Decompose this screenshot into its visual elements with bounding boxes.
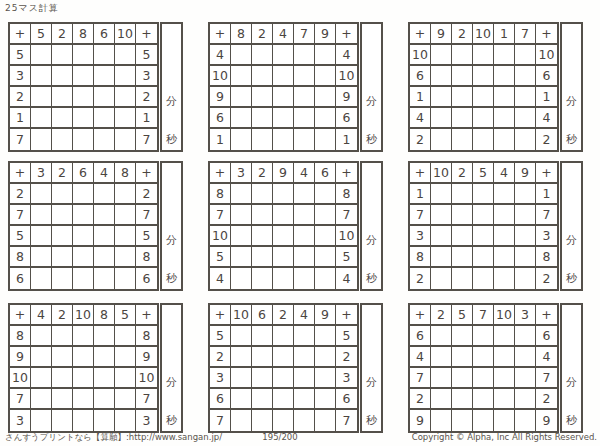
- answer-cell[interactable]: [231, 347, 252, 368]
- answer-cell[interactable]: [94, 45, 115, 66]
- answer-cell[interactable]: [473, 389, 494, 410]
- answer-cell[interactable]: [452, 129, 473, 150]
- right-header-cell: 10: [336, 226, 357, 247]
- left-header-cell: 5: [10, 45, 31, 66]
- answer-cell[interactable]: [52, 410, 73, 431]
- answer-cell[interactable]: [515, 45, 536, 66]
- answer-cell[interactable]: [52, 45, 73, 66]
- answer-cell[interactable]: [273, 326, 294, 347]
- answer-cell[interactable]: [452, 389, 473, 410]
- answer-cell[interactable]: [94, 129, 115, 150]
- answer-cell[interactable]: [73, 129, 94, 150]
- answer-cell[interactable]: [94, 347, 115, 368]
- answer-cell[interactable]: [52, 87, 73, 108]
- plus-cell: +: [336, 163, 357, 184]
- seconds-label: 秒: [162, 132, 181, 147]
- answer-cell[interactable]: [52, 326, 73, 347]
- answer-cell[interactable]: [473, 184, 494, 205]
- answer-cell[interactable]: [294, 226, 315, 247]
- answer-cell[interactable]: [115, 129, 136, 150]
- answer-cell[interactable]: [252, 108, 273, 129]
- answer-cell[interactable]: [231, 184, 252, 205]
- answer-cell[interactable]: [115, 268, 136, 289]
- answer-cell[interactable]: [115, 247, 136, 268]
- answer-cell[interactable]: [294, 326, 315, 347]
- answer-cell[interactable]: [273, 410, 294, 431]
- top-header-cell: 7: [473, 305, 494, 326]
- answer-cell[interactable]: [31, 226, 52, 247]
- answer-cell[interactable]: [431, 184, 452, 205]
- top-header-cell: 10: [73, 305, 94, 326]
- left-header-cell: 10: [210, 226, 231, 247]
- answer-cell[interactable]: [94, 326, 115, 347]
- answer-cell[interactable]: [494, 326, 515, 347]
- answer-cell[interactable]: [452, 410, 473, 431]
- answer-cell[interactable]: [94, 226, 115, 247]
- answer-cell[interactable]: [231, 389, 252, 410]
- left-header-cell: 7: [210, 205, 231, 226]
- answer-cell[interactable]: [115, 205, 136, 226]
- answer-cell[interactable]: [31, 410, 52, 431]
- answer-cell[interactable]: [431, 247, 452, 268]
- timer-box[interactable]: 分秒: [360, 22, 383, 152]
- answer-cell[interactable]: [73, 184, 94, 205]
- answer-cell[interactable]: [52, 66, 73, 87]
- answer-cell[interactable]: [52, 129, 73, 150]
- answer-cell[interactable]: [273, 389, 294, 410]
- answer-cell[interactable]: [252, 410, 273, 431]
- answer-cell[interactable]: [431, 268, 452, 289]
- answer-cell[interactable]: [273, 87, 294, 108]
- answer-cell[interactable]: [252, 129, 273, 150]
- answer-cell[interactable]: [252, 389, 273, 410]
- answer-cell[interactable]: [452, 184, 473, 205]
- answer-cell[interactable]: [473, 410, 494, 431]
- top-header-cell: 9: [515, 163, 536, 184]
- answer-cell[interactable]: [115, 347, 136, 368]
- right-header-cell: 2: [336, 347, 357, 368]
- answer-cell[interactable]: [452, 45, 473, 66]
- answer-cell[interactable]: [273, 368, 294, 389]
- answer-cell[interactable]: [452, 108, 473, 129]
- worksheet-page: 25マス計算 +528610+5533221177分秒+82479+441010…: [0, 0, 600, 446]
- answer-cell[interactable]: [231, 87, 252, 108]
- right-header-cell: 3: [536, 226, 557, 247]
- answer-cell[interactable]: [94, 247, 115, 268]
- answer-cell[interactable]: [315, 326, 336, 347]
- answer-cell[interactable]: [452, 247, 473, 268]
- right-header-cell: 2: [536, 268, 557, 289]
- answer-cell[interactable]: [431, 108, 452, 129]
- left-header-cell: 7: [10, 205, 31, 226]
- answer-cell[interactable]: [294, 87, 315, 108]
- answer-cell[interactable]: [231, 129, 252, 150]
- answer-cell[interactable]: [52, 368, 73, 389]
- answer-cell[interactable]: [273, 268, 294, 289]
- answer-cell[interactable]: [515, 184, 536, 205]
- puzzle-8: +106249+5522336677分秒: [208, 303, 388, 433]
- answer-cell[interactable]: [94, 108, 115, 129]
- timer-box[interactable]: 分秒: [360, 303, 383, 433]
- answer-cell[interactable]: [294, 368, 315, 389]
- answer-cell[interactable]: [73, 45, 94, 66]
- left-header-cell: 10: [410, 45, 431, 66]
- answer-cell[interactable]: [294, 205, 315, 226]
- timer-box[interactable]: 分秒: [160, 161, 183, 291]
- top-header-cell: 2: [452, 24, 473, 45]
- answer-cell[interactable]: [452, 347, 473, 368]
- answer-cell[interactable]: [431, 326, 452, 347]
- answer-cell[interactable]: [115, 45, 136, 66]
- top-header-cell: 6: [73, 163, 94, 184]
- answer-cell[interactable]: [315, 87, 336, 108]
- answer-cell[interactable]: [515, 108, 536, 129]
- top-header-cell: 1: [494, 24, 515, 45]
- answer-cell[interactable]: [294, 129, 315, 150]
- answer-cell[interactable]: [473, 226, 494, 247]
- answer-cell[interactable]: [252, 347, 273, 368]
- answer-cell[interactable]: [431, 389, 452, 410]
- answer-cell[interactable]: [315, 347, 336, 368]
- answer-cell[interactable]: [52, 347, 73, 368]
- answer-cell[interactable]: [94, 66, 115, 87]
- answer-cell[interactable]: [473, 66, 494, 87]
- answer-cell[interactable]: [52, 205, 73, 226]
- calc-table-1: +528610+5533221177: [8, 22, 159, 152]
- answer-cell[interactable]: [294, 389, 315, 410]
- answer-cell[interactable]: [452, 66, 473, 87]
- answer-cell[interactable]: [52, 184, 73, 205]
- left-header-cell: 3: [410, 226, 431, 247]
- answer-cell[interactable]: [94, 389, 115, 410]
- answer-cell[interactable]: [31, 108, 52, 129]
- answer-cell[interactable]: [115, 410, 136, 431]
- answer-cell[interactable]: [252, 87, 273, 108]
- answer-cell[interactable]: [252, 247, 273, 268]
- answer-cell[interactable]: [231, 108, 252, 129]
- answer-cell[interactable]: [515, 247, 536, 268]
- answer-cell[interactable]: [231, 410, 252, 431]
- answer-cell[interactable]: [494, 389, 515, 410]
- right-header-cell: 8: [536, 247, 557, 268]
- answer-cell[interactable]: [494, 205, 515, 226]
- answer-cell[interactable]: [494, 226, 515, 247]
- plus-cell: +: [10, 305, 31, 326]
- answer-cell[interactable]: [473, 368, 494, 389]
- plus-cell: +: [336, 24, 357, 45]
- timer-box[interactable]: 分秒: [560, 161, 583, 291]
- timer-box[interactable]: 分秒: [560, 22, 583, 152]
- right-header-cell: 4: [336, 45, 357, 66]
- answer-cell[interactable]: [294, 268, 315, 289]
- left-header-cell: 2: [210, 347, 231, 368]
- answer-cell[interactable]: [431, 368, 452, 389]
- answer-cell[interactable]: [31, 326, 52, 347]
- answer-cell[interactable]: [515, 129, 536, 150]
- answer-cell[interactable]: [31, 347, 52, 368]
- answer-cell[interactable]: [494, 347, 515, 368]
- answer-cell[interactable]: [273, 184, 294, 205]
- answer-cell[interactable]: [315, 66, 336, 87]
- plus-cell: +: [536, 163, 557, 184]
- answer-cell[interactable]: [73, 205, 94, 226]
- answer-cell[interactable]: [115, 108, 136, 129]
- answer-cell[interactable]: [252, 184, 273, 205]
- left-header-cell: 10: [10, 368, 31, 389]
- answer-cell[interactable]: [52, 247, 73, 268]
- answer-cell[interactable]: [315, 410, 336, 431]
- right-header-cell: 6: [336, 389, 357, 410]
- timer-box[interactable]: 分秒: [160, 22, 183, 152]
- calc-table-6: +102549+1177338822: [408, 161, 559, 291]
- answer-cell[interactable]: [431, 45, 452, 66]
- answer-cell[interactable]: [515, 66, 536, 87]
- answer-cell[interactable]: [431, 87, 452, 108]
- answer-cell[interactable]: [273, 247, 294, 268]
- answer-cell[interactable]: [494, 410, 515, 431]
- answer-cell[interactable]: [31, 45, 52, 66]
- calc-table-4: +32648+2277558866: [8, 161, 159, 291]
- timer-box[interactable]: 分秒: [360, 161, 383, 291]
- answer-cell[interactable]: [494, 108, 515, 129]
- answer-cell[interactable]: [431, 347, 452, 368]
- answer-cell[interactable]: [115, 66, 136, 87]
- answer-cell[interactable]: [73, 347, 94, 368]
- answer-cell[interactable]: [31, 87, 52, 108]
- answer-cell[interactable]: [473, 205, 494, 226]
- answer-cell[interactable]: [473, 45, 494, 66]
- answer-cell[interactable]: [473, 108, 494, 129]
- top-header-cell: 8: [94, 305, 115, 326]
- answer-cell[interactable]: [252, 368, 273, 389]
- answer-cell[interactable]: [252, 268, 273, 289]
- answer-cell[interactable]: [52, 389, 73, 410]
- answer-cell[interactable]: [494, 368, 515, 389]
- top-header-cell: 7: [515, 24, 536, 45]
- answer-cell[interactable]: [294, 247, 315, 268]
- top-header-cell: 9: [315, 305, 336, 326]
- timer-box[interactable]: 分秒: [160, 303, 183, 433]
- answer-cell[interactable]: [31, 389, 52, 410]
- answer-cell[interactable]: [315, 205, 336, 226]
- answer-cell[interactable]: [515, 268, 536, 289]
- left-header-cell: 1: [410, 184, 431, 205]
- puzzle-9: +257103+6644772299分秒: [408, 303, 588, 433]
- answer-cell[interactable]: [231, 326, 252, 347]
- answer-cell[interactable]: [294, 410, 315, 431]
- calc-table-7: +421085+889910107733: [8, 303, 159, 433]
- answer-cell[interactable]: [31, 368, 52, 389]
- answer-cell[interactable]: [115, 368, 136, 389]
- answer-cell[interactable]: [31, 184, 52, 205]
- answer-cell[interactable]: [273, 347, 294, 368]
- left-header-cell: 3: [10, 410, 31, 431]
- answer-cell[interactable]: [52, 108, 73, 129]
- answer-cell[interactable]: [231, 226, 252, 247]
- seconds-label: 秒: [162, 271, 181, 286]
- answer-cell[interactable]: [515, 347, 536, 368]
- footer-site-link[interactable]: さんすうプリントなら【算願】:http://www.sangan.jp/: [5, 432, 222, 444]
- answer-cell[interactable]: [231, 205, 252, 226]
- top-header-cell: 2: [252, 24, 273, 45]
- answer-cell[interactable]: [294, 184, 315, 205]
- answer-cell[interactable]: [252, 226, 273, 247]
- answer-cell[interactable]: [473, 347, 494, 368]
- answer-cell[interactable]: [115, 226, 136, 247]
- answer-cell[interactable]: [231, 368, 252, 389]
- answer-cell[interactable]: [94, 184, 115, 205]
- answer-cell[interactable]: [431, 129, 452, 150]
- answer-cell[interactable]: [294, 66, 315, 87]
- answer-cell[interactable]: [315, 226, 336, 247]
- answer-cell[interactable]: [494, 87, 515, 108]
- answer-cell[interactable]: [252, 205, 273, 226]
- puzzle-1: +528610+5533221177分秒: [8, 22, 188, 152]
- answer-cell[interactable]: [73, 66, 94, 87]
- answer-cell[interactable]: [31, 129, 52, 150]
- answer-cell[interactable]: [315, 368, 336, 389]
- top-header-cell: 2: [52, 163, 73, 184]
- right-header-cell: 8: [136, 326, 157, 347]
- answer-cell[interactable]: [115, 184, 136, 205]
- puzzle-2: +82479+441010996611分秒: [208, 22, 388, 152]
- answer-cell[interactable]: [315, 184, 336, 205]
- timer-box[interactable]: 分秒: [560, 303, 583, 433]
- answer-cell[interactable]: [494, 45, 515, 66]
- plus-cell: +: [536, 305, 557, 326]
- answer-cell[interactable]: [473, 326, 494, 347]
- answer-cell[interactable]: [252, 66, 273, 87]
- top-header-cell: 6: [252, 305, 273, 326]
- answer-cell[interactable]: [515, 368, 536, 389]
- top-header-cell: 8: [73, 24, 94, 45]
- answer-cell[interactable]: [94, 410, 115, 431]
- top-header-cell: 4: [494, 163, 515, 184]
- answer-cell[interactable]: [315, 268, 336, 289]
- answer-cell[interactable]: [273, 66, 294, 87]
- answer-cell[interactable]: [315, 108, 336, 129]
- answer-cell[interactable]: [52, 226, 73, 247]
- answer-cell[interactable]: [231, 45, 252, 66]
- seconds-label: 秒: [362, 271, 381, 286]
- answer-cell[interactable]: [31, 268, 52, 289]
- answer-cell[interactable]: [494, 268, 515, 289]
- answer-cell[interactable]: [52, 268, 73, 289]
- answer-cell[interactable]: [515, 389, 536, 410]
- answer-cell[interactable]: [73, 368, 94, 389]
- answer-cell[interactable]: [473, 129, 494, 150]
- answer-cell[interactable]: [431, 410, 452, 431]
- answer-cell[interactable]: [273, 45, 294, 66]
- right-header-cell: 1: [136, 108, 157, 129]
- answer-cell[interactable]: [452, 268, 473, 289]
- answer-cell[interactable]: [273, 226, 294, 247]
- left-header-cell: 3: [210, 368, 231, 389]
- left-header-cell: 2: [410, 129, 431, 150]
- answer-cell[interactable]: [431, 226, 452, 247]
- answer-cell[interactable]: [315, 45, 336, 66]
- answer-cell[interactable]: [294, 108, 315, 129]
- answer-cell[interactable]: [231, 247, 252, 268]
- right-header-cell: 3: [136, 66, 157, 87]
- answer-cell[interactable]: [515, 326, 536, 347]
- puzzle-6: +102549+1177338822分秒: [408, 161, 588, 291]
- answer-cell[interactable]: [294, 45, 315, 66]
- top-header-cell: 5: [31, 24, 52, 45]
- answer-cell[interactable]: [115, 326, 136, 347]
- answer-cell[interactable]: [452, 226, 473, 247]
- answer-cell[interactable]: [431, 205, 452, 226]
- top-header-cell: 4: [94, 163, 115, 184]
- left-header-cell: 6: [210, 389, 231, 410]
- answer-cell[interactable]: [73, 226, 94, 247]
- left-header-cell: 7: [10, 389, 31, 410]
- answer-cell[interactable]: [273, 129, 294, 150]
- answer-cell[interactable]: [515, 410, 536, 431]
- answer-cell[interactable]: [473, 247, 494, 268]
- answer-cell[interactable]: [94, 205, 115, 226]
- answer-cell[interactable]: [94, 268, 115, 289]
- puzzle-3: +921017+101066114422分秒: [408, 22, 588, 152]
- answer-cell[interactable]: [94, 368, 115, 389]
- answer-cell[interactable]: [431, 66, 452, 87]
- answer-cell[interactable]: [515, 226, 536, 247]
- answer-cell[interactable]: [452, 87, 473, 108]
- answer-cell[interactable]: [31, 247, 52, 268]
- answer-cell[interactable]: [115, 389, 136, 410]
- answer-cell[interactable]: [73, 108, 94, 129]
- answer-cell[interactable]: [31, 205, 52, 226]
- answer-cell[interactable]: [73, 410, 94, 431]
- answer-cell[interactable]: [494, 66, 515, 87]
- answer-cell[interactable]: [494, 129, 515, 150]
- answer-cell[interactable]: [515, 87, 536, 108]
- answer-cell[interactable]: [452, 205, 473, 226]
- answer-cell[interactable]: [231, 66, 252, 87]
- right-header-cell: 10: [336, 66, 357, 87]
- answer-cell[interactable]: [494, 184, 515, 205]
- answer-cell[interactable]: [73, 268, 94, 289]
- answer-cell[interactable]: [252, 326, 273, 347]
- answer-cell[interactable]: [473, 268, 494, 289]
- answer-cell[interactable]: [315, 389, 336, 410]
- answer-cell[interactable]: [452, 368, 473, 389]
- answer-cell[interactable]: [273, 108, 294, 129]
- answer-cell[interactable]: [94, 87, 115, 108]
- answer-cell[interactable]: [73, 389, 94, 410]
- answer-cell[interactable]: [231, 268, 252, 289]
- answer-cell[interactable]: [252, 45, 273, 66]
- answer-cell[interactable]: [515, 205, 536, 226]
- answer-cell[interactable]: [31, 66, 52, 87]
- answer-cell[interactable]: [315, 247, 336, 268]
- answer-cell[interactable]: [73, 247, 94, 268]
- answer-cell[interactable]: [473, 87, 494, 108]
- answer-cell[interactable]: [494, 247, 515, 268]
- answer-cell[interactable]: [273, 205, 294, 226]
- left-header-cell: 8: [210, 184, 231, 205]
- answer-cell[interactable]: [315, 129, 336, 150]
- answer-cell[interactable]: [73, 326, 94, 347]
- right-header-cell: 1: [536, 184, 557, 205]
- left-header-cell: 4: [410, 108, 431, 129]
- answer-cell[interactable]: [73, 87, 94, 108]
- answer-cell[interactable]: [115, 87, 136, 108]
- top-header-cell: 5: [452, 305, 473, 326]
- plus-cell: +: [136, 24, 157, 45]
- answer-cell[interactable]: [452, 326, 473, 347]
- answer-cell[interactable]: [294, 347, 315, 368]
